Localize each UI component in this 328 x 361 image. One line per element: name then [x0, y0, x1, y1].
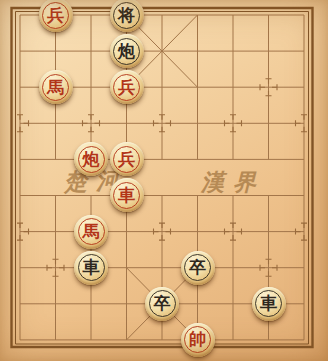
intersection[interactable]: [286, 286, 322, 322]
intersection[interactable]: [286, 322, 322, 358]
intersection[interactable]: [2, 0, 38, 33]
intersection[interactable]: [73, 105, 109, 141]
piece-glyph: 車: [260, 295, 277, 312]
intersection[interactable]: [73, 322, 109, 358]
piece-black-soldier[interactable]: 卒: [181, 251, 215, 285]
piece-glyph: 兵: [118, 150, 135, 167]
piece-glyph: 炮: [83, 150, 100, 167]
piece-black-cannon[interactable]: 炮: [110, 34, 144, 68]
piece-glyph: 将: [118, 6, 135, 23]
intersection[interactable]: [251, 214, 287, 250]
piece-glyph: 馬: [47, 78, 64, 95]
intersection[interactable]: 車: [73, 250, 109, 286]
intersection[interactable]: 兵: [109, 69, 145, 105]
intersection[interactable]: [144, 322, 180, 358]
intersection[interactable]: [2, 33, 38, 69]
intersection[interactable]: 帥: [180, 322, 216, 358]
intersection[interactable]: [286, 250, 322, 286]
intersection[interactable]: [73, 286, 109, 322]
intersection[interactable]: [215, 33, 251, 69]
piece-glyph: 帥: [189, 331, 206, 348]
intersection[interactable]: [286, 177, 322, 213]
intersection[interactable]: [2, 141, 38, 177]
intersection[interactable]: [144, 214, 180, 250]
intersection[interactable]: [215, 322, 251, 358]
intersection[interactable]: [180, 33, 216, 69]
intersection[interactable]: [215, 286, 251, 322]
intersection[interactable]: [215, 177, 251, 213]
intersection[interactable]: [38, 33, 74, 69]
piece-glyph: 馬: [83, 223, 100, 240]
intersection[interactable]: [251, 69, 287, 105]
intersection[interactable]: [251, 250, 287, 286]
intersection[interactable]: [180, 105, 216, 141]
intersection[interactable]: [2, 177, 38, 213]
intersection[interactable]: [2, 322, 38, 358]
intersection[interactable]: 馬: [38, 69, 74, 105]
intersection[interactable]: [144, 177, 180, 213]
intersection[interactable]: [251, 322, 287, 358]
intersection[interactable]: [144, 69, 180, 105]
intersection[interactable]: [2, 214, 38, 250]
intersection[interactable]: [109, 322, 145, 358]
intersection[interactable]: [215, 141, 251, 177]
piece-glyph: 炮: [118, 42, 135, 59]
piece-red-chariot[interactable]: 車: [110, 178, 144, 212]
intersection[interactable]: [2, 105, 38, 141]
intersection[interactable]: [286, 69, 322, 105]
intersection[interactable]: [109, 250, 145, 286]
intersection[interactable]: 卒: [180, 250, 216, 286]
intersection[interactable]: [38, 177, 74, 213]
piece-black-general[interactable]: 将: [110, 0, 144, 32]
intersection[interactable]: [38, 250, 74, 286]
intersection[interactable]: [286, 141, 322, 177]
intersection[interactable]: [144, 105, 180, 141]
piece-red-cannon[interactable]: 炮: [74, 142, 108, 176]
intersection[interactable]: [144, 33, 180, 69]
intersection[interactable]: [2, 250, 38, 286]
intersection[interactable]: [251, 141, 287, 177]
intersection[interactable]: [109, 105, 145, 141]
intersection[interactable]: [2, 286, 38, 322]
intersection[interactable]: [73, 177, 109, 213]
piece-glyph: 兵: [118, 78, 135, 95]
intersection[interactable]: 馬: [73, 214, 109, 250]
intersection[interactable]: [144, 141, 180, 177]
intersection[interactable]: [215, 214, 251, 250]
intersection[interactable]: 兵: [38, 0, 74, 33]
intersection[interactable]: [38, 322, 74, 358]
intersection[interactable]: [286, 105, 322, 141]
intersection[interactable]: 兵: [109, 141, 145, 177]
intersection[interactable]: [109, 214, 145, 250]
intersection[interactable]: [180, 214, 216, 250]
piece-glyph: 車: [83, 259, 100, 276]
intersection[interactable]: [251, 105, 287, 141]
piece-red-general[interactable]: 帥: [181, 323, 215, 357]
intersection[interactable]: [73, 69, 109, 105]
xiangqi-board: 楚河 漢界 兵将炮馬兵炮兵車馬車卒卒車帥: [0, 0, 328, 361]
intersection[interactable]: 炮: [73, 141, 109, 177]
intersection[interactable]: [215, 0, 251, 33]
piece-red-soldier[interactable]: 兵: [110, 142, 144, 176]
intersection[interactable]: [286, 0, 322, 33]
intersection[interactable]: [180, 141, 216, 177]
intersection[interactable]: [180, 69, 216, 105]
piece-red-horse[interactable]: 馬: [74, 215, 108, 249]
intersection[interactable]: 車: [109, 177, 145, 213]
piece-black-soldier[interactable]: 卒: [145, 287, 179, 321]
intersection[interactable]: [38, 286, 74, 322]
intersection[interactable]: [251, 0, 287, 33]
intersection[interactable]: [144, 250, 180, 286]
piece-glyph: 兵: [47, 6, 64, 23]
intersection[interactable]: [144, 0, 180, 33]
intersection[interactable]: [251, 177, 287, 213]
intersection[interactable]: [38, 141, 74, 177]
piece-glyph: 卒: [189, 259, 206, 276]
intersection[interactable]: 将: [109, 0, 145, 33]
intersection[interactable]: 卒: [144, 286, 180, 322]
intersection[interactable]: [38, 214, 74, 250]
piece-red-soldier[interactable]: 兵: [110, 70, 144, 104]
intersection[interactable]: 車: [251, 286, 287, 322]
piece-glyph: 車: [118, 186, 135, 203]
piece-black-chariot[interactable]: 車: [74, 251, 108, 285]
piece-red-soldier[interactable]: 兵: [39, 0, 73, 32]
board-intersections: 兵将炮馬兵炮兵車馬車卒卒車帥: [2, 0, 322, 358]
intersection[interactable]: [286, 33, 322, 69]
intersection[interactable]: [215, 250, 251, 286]
intersection[interactable]: [109, 286, 145, 322]
piece-glyph: 卒: [154, 295, 171, 312]
intersection[interactable]: 炮: [109, 33, 145, 69]
intersection[interactable]: [286, 214, 322, 250]
intersection[interactable]: [180, 286, 216, 322]
piece-red-horse[interactable]: 馬: [39, 70, 73, 104]
intersection[interactable]: [251, 33, 287, 69]
intersection[interactable]: [2, 69, 38, 105]
intersection[interactable]: [38, 105, 74, 141]
intersection[interactable]: [180, 0, 216, 33]
intersection[interactable]: [215, 105, 251, 141]
intersection[interactable]: [180, 177, 216, 213]
intersection[interactable]: [73, 33, 109, 69]
intersection[interactable]: [73, 0, 109, 33]
intersection[interactable]: [215, 69, 251, 105]
piece-black-chariot[interactable]: 車: [252, 287, 286, 321]
